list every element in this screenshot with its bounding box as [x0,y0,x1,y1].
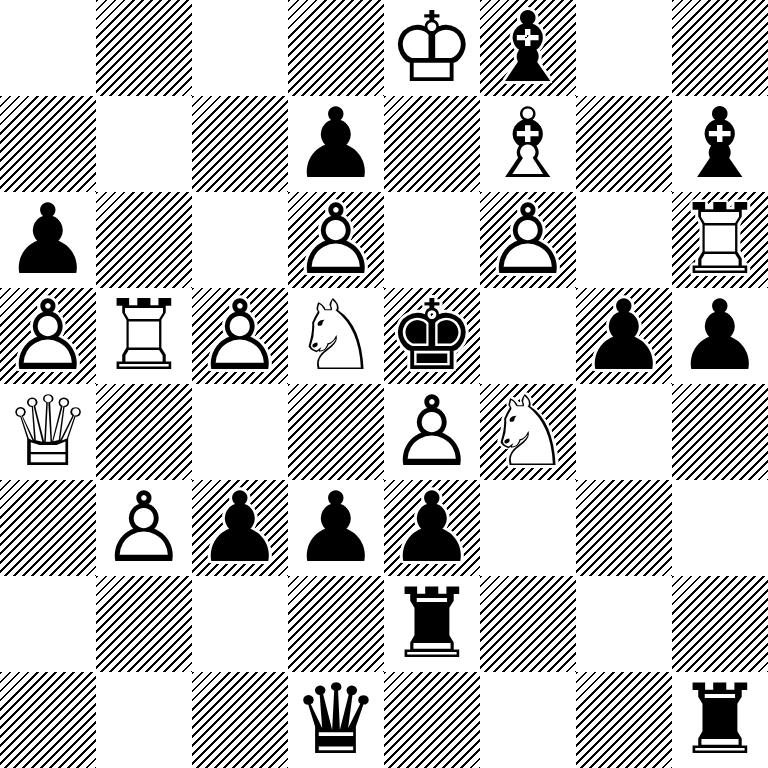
square-d6[interactable]: ♟♙ [288,192,384,288]
piece-black-rook[interactable]: ♜♜ [672,672,768,768]
square-b1[interactable] [96,672,192,768]
piece-black-rook[interactable]: ♜♜ [384,576,480,672]
square-h2[interactable] [672,576,768,672]
square-c5[interactable]: ♟♙ [192,288,288,384]
square-c4[interactable] [192,384,288,480]
square-g1[interactable] [576,672,672,768]
square-d2[interactable] [288,576,384,672]
piece-glyph-outline: ♙ [0,288,96,384]
piece-glyph-outline: ♟ [672,288,768,384]
square-a7[interactable] [0,96,96,192]
square-c8[interactable] [192,0,288,96]
square-g4[interactable] [576,384,672,480]
piece-white-pawn[interactable]: ♟♙ [384,384,480,480]
square-b6[interactable] [96,192,192,288]
piece-white-queen[interactable]: ♛♕ [0,384,96,480]
piece-white-king[interactable]: ♚♔ [384,0,480,96]
square-f8[interactable]: ♝♝ [480,0,576,96]
square-h6[interactable]: ♜♖ [672,192,768,288]
square-e6[interactable] [384,192,480,288]
square-c2[interactable] [192,576,288,672]
piece-glyph-outline: ♝ [480,0,576,96]
square-e1[interactable] [384,672,480,768]
square-e2[interactable]: ♜♜ [384,576,480,672]
piece-glyph-outline: ♙ [96,480,192,576]
piece-black-bishop[interactable]: ♝♝ [480,0,576,96]
square-d8[interactable] [288,0,384,96]
square-h7[interactable]: ♝♝ [672,96,768,192]
square-e8[interactable]: ♚♔ [384,0,480,96]
square-f3[interactable] [480,480,576,576]
square-a2[interactable] [0,576,96,672]
square-f5[interactable] [480,288,576,384]
square-b8[interactable] [96,0,192,96]
square-c7[interactable] [192,96,288,192]
piece-black-pawn[interactable]: ♟♟ [288,96,384,192]
square-g7[interactable] [576,96,672,192]
square-d5[interactable]: ♞♘ [288,288,384,384]
piece-glyph-outline: ♜ [384,576,480,672]
piece-glyph-outline: ♘ [480,384,576,480]
square-a5[interactable]: ♟♙ [0,288,96,384]
square-f4[interactable]: ♞♘ [480,384,576,480]
square-g3[interactable] [576,480,672,576]
square-c1[interactable] [192,672,288,768]
piece-glyph-outline: ♙ [480,192,576,288]
piece-black-pawn[interactable]: ♟♟ [672,288,768,384]
piece-black-bishop[interactable]: ♝♝ [672,96,768,192]
square-h1[interactable]: ♜♜ [672,672,768,768]
square-f2[interactable] [480,576,576,672]
piece-white-rook[interactable]: ♜♖ [96,288,192,384]
piece-glyph-outline: ♕ [0,384,96,480]
piece-white-pawn[interactable]: ♟♙ [96,480,192,576]
piece-black-pawn[interactable]: ♟♟ [384,480,480,576]
square-e5[interactable]: ♚♚ [384,288,480,384]
square-f6[interactable]: ♟♙ [480,192,576,288]
piece-glyph-outline: ♚ [384,288,480,384]
piece-glyph-outline: ♗ [480,96,576,192]
square-b7[interactable] [96,96,192,192]
piece-glyph-outline: ♟ [288,96,384,192]
piece-glyph-outline: ♖ [672,192,768,288]
piece-black-king[interactable]: ♚♚ [384,288,480,384]
piece-white-pawn[interactable]: ♟♙ [480,192,576,288]
piece-black-pawn[interactable]: ♟♟ [192,480,288,576]
square-g8[interactable] [576,0,672,96]
square-d3[interactable]: ♟♟ [288,480,384,576]
piece-black-queen[interactable]: ♛♛ [288,672,384,768]
piece-white-pawn[interactable]: ♟♙ [192,288,288,384]
square-e7[interactable] [384,96,480,192]
piece-glyph-outline: ♟ [192,480,288,576]
piece-glyph-outline: ♔ [384,0,480,96]
square-b2[interactable] [96,576,192,672]
square-d4[interactable] [288,384,384,480]
square-a4[interactable]: ♛♕ [0,384,96,480]
piece-glyph-outline: ♟ [576,288,672,384]
square-d1[interactable]: ♛♛ [288,672,384,768]
piece-black-pawn[interactable]: ♟♟ [0,192,96,288]
square-a1[interactable] [0,672,96,768]
square-b5[interactable]: ♜♖ [96,288,192,384]
piece-glyph-outline: ♛ [288,672,384,768]
piece-white-knight[interactable]: ♞♘ [288,288,384,384]
piece-glyph-outline: ♟ [0,192,96,288]
piece-white-pawn[interactable]: ♟♙ [288,192,384,288]
piece-black-pawn[interactable]: ♟♟ [576,288,672,384]
piece-white-bishop[interactable]: ♝♗ [480,96,576,192]
square-g2[interactable] [576,576,672,672]
piece-glyph-outline: ♜ [672,672,768,768]
square-a8[interactable] [0,0,96,96]
piece-white-knight[interactable]: ♞♘ [480,384,576,480]
piece-glyph-outline: ♟ [288,480,384,576]
square-c6[interactable] [192,192,288,288]
piece-white-pawn[interactable]: ♟♙ [0,288,96,384]
square-a6[interactable]: ♟♟ [0,192,96,288]
piece-glyph-outline: ♙ [288,192,384,288]
square-a3[interactable] [0,480,96,576]
piece-glyph-outline: ♖ [96,288,192,384]
square-e4[interactable]: ♟♙ [384,384,480,480]
chess-board: ♚♔♝♝♟♟♝♗♝♝♟♟♟♙♟♙♜♖♟♙♜♖♟♙♞♘♚♚♟♟♟♟♛♕♟♙♞♘♟♙… [0,0,768,768]
square-h5[interactable]: ♟♟ [672,288,768,384]
square-b3[interactable]: ♟♙ [96,480,192,576]
piece-white-rook[interactable]: ♜♖ [672,192,768,288]
square-g5[interactable]: ♟♟ [576,288,672,384]
piece-glyph-outline: ♘ [288,288,384,384]
square-b4[interactable] [96,384,192,480]
piece-glyph-outline: ♟ [384,480,480,576]
square-f7[interactable]: ♝♗ [480,96,576,192]
square-g6[interactable] [576,192,672,288]
piece-glyph-outline: ♙ [384,384,480,480]
square-d7[interactable]: ♟♟ [288,96,384,192]
square-e3[interactable]: ♟♟ [384,480,480,576]
square-f1[interactable] [480,672,576,768]
piece-glyph-outline: ♙ [192,288,288,384]
square-h3[interactable] [672,480,768,576]
square-c3[interactable]: ♟♟ [192,480,288,576]
square-h4[interactable] [672,384,768,480]
piece-glyph-outline: ♝ [672,96,768,192]
piece-black-pawn[interactable]: ♟♟ [288,480,384,576]
square-h8[interactable] [672,0,768,96]
